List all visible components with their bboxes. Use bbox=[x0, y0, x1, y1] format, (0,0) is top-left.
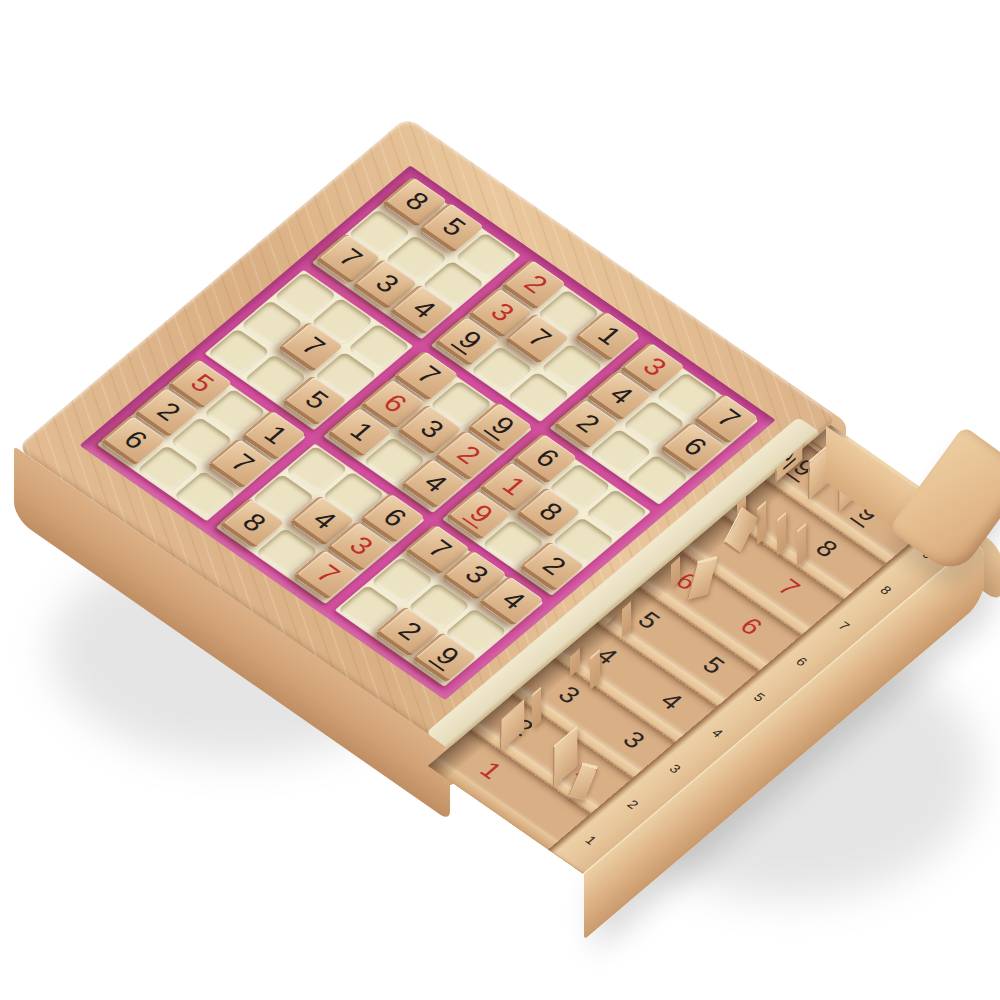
product-photo-stage: 998766554433221 987654321 85213737467349… bbox=[0, 0, 1000, 1000]
loose-tile-blank[interactable] bbox=[687, 555, 718, 599]
loose-tile-blank[interactable] bbox=[590, 649, 600, 690]
loose-tile-blank[interactable] bbox=[553, 725, 577, 787]
loose-tile-blank[interactable] bbox=[777, 511, 786, 556]
loose-tile-blank[interactable] bbox=[723, 507, 758, 555]
loose-tile-blank[interactable] bbox=[757, 500, 766, 545]
loose-tile-blank[interactable] bbox=[532, 686, 541, 729]
loose-tile-blank[interactable] bbox=[797, 522, 806, 567]
